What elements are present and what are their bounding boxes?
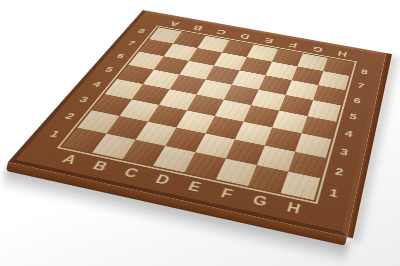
board-grid — [62, 27, 353, 200]
rank-label: 1 — [314, 178, 354, 207]
photo-stage: ABCDEFGH ABCDEFGH 87654321 87654321 — [0, 0, 400, 266]
rank-label: 3 — [326, 139, 362, 164]
rank-label: 5 — [336, 105, 370, 127]
rank-label: 4 — [331, 122, 366, 146]
rank-label: 8 — [349, 62, 379, 80]
rank-label: 6 — [341, 90, 373, 111]
rank-label: 7 — [345, 76, 376, 96]
chessboard: ABCDEFGH ABCDEFGH 87654321 87654321 — [8, 10, 386, 237]
rank-label: 2 — [320, 158, 358, 185]
